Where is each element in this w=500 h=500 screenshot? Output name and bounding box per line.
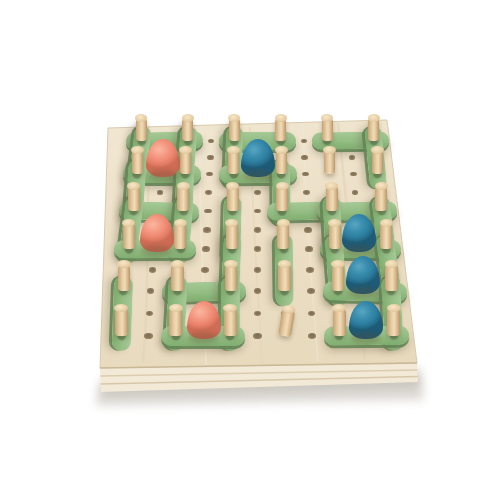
peg[interactable]	[123, 222, 135, 249]
board-hole	[254, 311, 262, 317]
board-hole	[308, 311, 316, 317]
peg[interactable]	[228, 149, 239, 174]
board-hole	[202, 246, 209, 251]
board-hole	[147, 288, 155, 293]
cone-piece-teal[interactable]	[346, 256, 380, 294]
board-hole	[306, 267, 314, 272]
peg[interactable]	[278, 264, 291, 292]
board-hole	[205, 190, 212, 195]
peg[interactable]	[368, 117, 379, 141]
board-hole	[149, 267, 157, 272]
board-hole	[204, 209, 211, 214]
peg[interactable]	[182, 117, 193, 141]
peg[interactable]	[227, 185, 239, 211]
peg[interactable]	[333, 308, 346, 336]
board-hole	[254, 227, 261, 232]
peg[interactable]	[372, 149, 383, 174]
board-hole	[305, 246, 312, 251]
board-hole	[301, 155, 308, 160]
board-hole	[207, 155, 214, 160]
peg[interactable]	[332, 264, 345, 292]
peg[interactable]	[276, 185, 288, 211]
peg[interactable]	[136, 117, 147, 141]
peg[interactable]	[132, 149, 143, 174]
board-hole	[304, 227, 311, 232]
peg[interactable]	[275, 117, 286, 141]
peg-bare[interactable]	[324, 149, 335, 174]
pegboard	[0, 0, 500, 500]
peg[interactable]	[169, 308, 182, 336]
peg[interactable]	[329, 222, 341, 249]
peg[interactable]	[375, 185, 387, 211]
peg[interactable]	[226, 222, 238, 249]
peg[interactable]	[387, 308, 400, 336]
board-hole	[254, 209, 261, 214]
board-hole	[350, 172, 357, 177]
peg[interactable]	[174, 222, 186, 249]
board-hole	[303, 190, 310, 195]
cone-piece-teal[interactable]	[349, 301, 383, 339]
peg[interactable]	[115, 308, 128, 336]
board-hole	[254, 190, 261, 195]
peg[interactable]	[277, 222, 289, 249]
board-hole	[203, 227, 210, 232]
board-hole	[254, 288, 262, 293]
peg[interactable]	[326, 185, 338, 211]
board-hole	[308, 333, 316, 339]
board-hole	[302, 172, 309, 177]
board-hole	[254, 267, 262, 272]
peg[interactable]	[276, 149, 287, 174]
peg[interactable]	[380, 222, 392, 249]
peg-bare[interactable]	[278, 307, 295, 337]
board-hole	[301, 139, 307, 143]
board-hole	[352, 190, 359, 195]
peg[interactable]	[225, 264, 238, 292]
board-hole	[144, 333, 152, 339]
board-hole	[201, 267, 209, 272]
board-hole	[146, 311, 154, 317]
peg[interactable]	[224, 308, 237, 336]
board-hole	[208, 139, 214, 143]
cone-piece-orange[interactable]	[187, 301, 221, 339]
peg[interactable]	[128, 185, 140, 211]
peg[interactable]	[177, 185, 189, 211]
board-hole	[157, 190, 164, 195]
peg[interactable]	[385, 264, 398, 292]
peg[interactable]	[229, 117, 240, 141]
board-hole	[206, 172, 213, 177]
peg[interactable]	[322, 117, 333, 141]
peg[interactable]	[171, 264, 184, 292]
board-hole	[254, 246, 261, 251]
peg[interactable]	[180, 149, 191, 174]
board-hole	[307, 288, 315, 293]
product-photo-scene	[0, 0, 500, 500]
peg[interactable]	[118, 264, 131, 292]
board-hole	[253, 333, 261, 339]
board-hole	[349, 155, 356, 160]
